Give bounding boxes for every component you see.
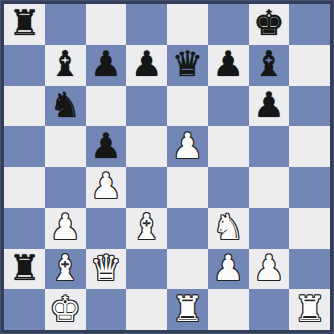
square-c8[interactable] [86,4,127,45]
square-h2[interactable] [289,249,330,290]
piece-black-rook: ♜ [9,3,40,43]
square-f3[interactable]: ♞ [208,208,249,249]
piece-black-pawn: ♟ [90,126,121,166]
piece-black-king: ♚ [253,3,284,43]
square-h1[interactable]: ♜ [289,289,330,330]
square-b6[interactable]: ♞ [45,86,86,127]
square-d4[interactable] [126,167,167,208]
square-d1[interactable] [126,289,167,330]
square-f6[interactable] [208,86,249,127]
piece-black-rook: ♜ [9,248,40,288]
square-g8[interactable]: ♚ [249,4,290,45]
square-f1[interactable] [208,289,249,330]
square-h3[interactable] [289,208,330,249]
square-e6[interactable] [167,86,208,127]
piece-white-knight: ♞ [212,207,243,247]
chess-board: ♜♚♝♟♟♛♟♝♞♟♟♟♟♟♝♞♜♝♛♟♟♚♜♜ [4,4,330,330]
square-a2[interactable]: ♜ [4,249,45,290]
square-f2[interactable]: ♟ [208,249,249,290]
piece-white-rook: ♜ [172,289,203,329]
square-c1[interactable] [86,289,127,330]
square-a6[interactable] [4,86,45,127]
square-e1[interactable]: ♜ [167,289,208,330]
square-e7[interactable]: ♛ [167,45,208,86]
square-h7[interactable] [289,45,330,86]
square-d8[interactable] [126,4,167,45]
square-b1[interactable]: ♚ [45,289,86,330]
square-f7[interactable]: ♟ [208,45,249,86]
piece-white-king: ♚ [49,289,80,329]
square-e8[interactable] [167,4,208,45]
square-f4[interactable] [208,167,249,208]
square-b4[interactable] [45,167,86,208]
piece-white-pawn: ♟ [212,248,243,288]
square-d3[interactable]: ♝ [126,208,167,249]
square-b3[interactable]: ♟ [45,208,86,249]
square-b2[interactable]: ♝ [45,249,86,290]
square-g6[interactable]: ♟ [249,86,290,127]
square-d6[interactable] [126,86,167,127]
square-g4[interactable] [249,167,290,208]
piece-white-bishop: ♝ [131,207,162,247]
chess-diagram: ♜♚♝♟♟♛♟♝♞♟♟♟♟♟♝♞♜♝♛♟♟♚♜♜ [0,0,334,334]
square-a7[interactable] [4,45,45,86]
square-h4[interactable] [289,167,330,208]
square-h8[interactable] [289,4,330,45]
square-a5[interactable] [4,126,45,167]
piece-white-bishop: ♝ [49,248,80,288]
piece-black-knight: ♞ [49,85,80,125]
piece-white-pawn: ♟ [253,248,284,288]
square-c5[interactable]: ♟ [86,126,127,167]
square-c4[interactable]: ♟ [86,167,127,208]
piece-white-pawn: ♟ [172,126,203,166]
square-g5[interactable] [249,126,290,167]
square-b7[interactable]: ♝ [45,45,86,86]
piece-black-pawn: ♟ [212,44,243,84]
square-f5[interactable] [208,126,249,167]
square-d7[interactable]: ♟ [126,45,167,86]
piece-black-bishop: ♝ [253,44,284,84]
square-a1[interactable] [4,289,45,330]
square-e4[interactable] [167,167,208,208]
square-b8[interactable] [45,4,86,45]
square-c6[interactable] [86,86,127,127]
piece-black-pawn: ♟ [131,44,162,84]
piece-white-pawn: ♟ [90,166,121,206]
piece-black-queen: ♛ [172,44,203,84]
square-f8[interactable] [208,4,249,45]
square-a4[interactable] [4,167,45,208]
square-a3[interactable] [4,208,45,249]
square-d2[interactable] [126,249,167,290]
piece-white-queen: ♛ [90,248,121,288]
piece-black-pawn: ♟ [253,85,284,125]
piece-black-pawn: ♟ [90,44,121,84]
piece-black-bishop: ♝ [49,44,80,84]
square-g2[interactable]: ♟ [249,249,290,290]
square-c3[interactable] [86,208,127,249]
piece-white-pawn: ♟ [49,207,80,247]
square-c7[interactable]: ♟ [86,45,127,86]
square-d5[interactable] [126,126,167,167]
square-e2[interactable] [167,249,208,290]
square-e3[interactable] [167,208,208,249]
piece-white-rook: ♜ [294,289,325,329]
square-h5[interactable] [289,126,330,167]
square-g1[interactable] [249,289,290,330]
square-e5[interactable]: ♟ [167,126,208,167]
square-h6[interactable] [289,86,330,127]
square-g7[interactable]: ♝ [249,45,290,86]
square-c2[interactable]: ♛ [86,249,127,290]
board-frame: ♜♚♝♟♟♛♟♝♞♟♟♟♟♟♝♞♜♝♛♟♟♚♜♜ [0,0,334,334]
square-b5[interactable] [45,126,86,167]
square-g3[interactable] [249,208,290,249]
square-a8[interactable]: ♜ [4,4,45,45]
